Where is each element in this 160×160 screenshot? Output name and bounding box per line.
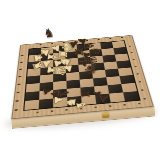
chess-piece-light-bishop[interactable]: ♝ (74, 98, 88, 112)
chess-piece-dark-rook[interactable]: ♜ (79, 89, 91, 100)
chess-piece-dark-king[interactable]: ♚ (83, 64, 97, 77)
product-photo-canvas: ♟♟♝♟♟♜♟♞♟♛♟♜♚♟♞♝♞♟♟♝♜♟♞♛♟♚♟♟♝♜♟♟ (0, 0, 160, 160)
chess-piece-dark-bishop[interactable]: ♝ (57, 87, 71, 100)
loose-pieces-layer: ♟♟♝♟♟♜♟♞♟♛♟♜♚♟♞♝♞♟♟♝♜♟♞♛♟♚♟♟♝♜♟♟ (0, 0, 160, 160)
chess-piece-dark-knight[interactable]: ♞ (43, 27, 55, 40)
chess-piece-light-rook[interactable]: ♜ (30, 59, 44, 72)
